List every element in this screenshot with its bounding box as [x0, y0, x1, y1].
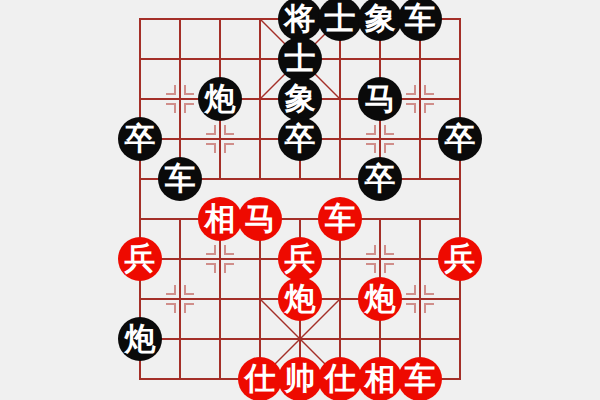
board-point-1-1 — [160, 39, 200, 79]
piece-label: 兵 — [125, 243, 156, 274]
piece-label: 马 — [365, 83, 396, 114]
board-point-4-7[interactable]: 炮 — [280, 279, 320, 319]
board-point-5-8 — [320, 319, 360, 359]
piece-label: 车 — [325, 203, 356, 234]
board-point-4-2[interactable]: 象 — [280, 79, 320, 119]
board-point-8-9 — [440, 359, 480, 399]
board-point-1-3 — [160, 119, 200, 159]
piece-red-cannon[interactable]: 炮 — [278, 277, 322, 321]
piece-black-chariot[interactable]: 车 — [398, 0, 442, 41]
board-point-5-9[interactable]: 仕 — [320, 359, 360, 399]
board-point-7-3 — [400, 119, 440, 159]
board-point-3-3 — [240, 119, 280, 159]
piece-label: 仕 — [325, 363, 356, 394]
board-point-3-6 — [240, 239, 280, 279]
piece-black-cannon[interactable]: 炮 — [118, 317, 162, 361]
board-point-1-7 — [160, 279, 200, 319]
board-point-7-6 — [400, 239, 440, 279]
piece-black-horse[interactable]: 马 — [358, 77, 402, 121]
board-point-0-7 — [120, 279, 160, 319]
piece-black-chariot[interactable]: 车 — [158, 157, 202, 201]
board-point-8-6[interactable]: 兵 — [440, 239, 480, 279]
piece-label: 士 — [325, 3, 356, 34]
board-point-2-8 — [200, 319, 240, 359]
piece-label: 相 — [205, 203, 236, 234]
board-point-2-4 — [200, 159, 240, 199]
piece-label: 帅 — [285, 363, 316, 394]
piece-black-advisor[interactable]: 士 — [278, 37, 322, 81]
board-point-8-1 — [440, 39, 480, 79]
board-point-8-0 — [440, 0, 480, 39]
piece-label: 炮 — [125, 323, 156, 354]
board-point-2-3 — [200, 119, 240, 159]
board-point-5-7 — [320, 279, 360, 319]
piece-red-chariot[interactable]: 车 — [318, 197, 362, 241]
piece-black-cannon[interactable]: 炮 — [198, 77, 242, 121]
board-point-7-4 — [400, 159, 440, 199]
board-point-4-6[interactable]: 兵 — [280, 239, 320, 279]
xiangqi-board[interactable]: 将士象车士炮象马卒卒卒车卒相马车兵兵兵炮炮炮仕帅仕相车 — [120, 0, 480, 399]
board-point-7-7 — [400, 279, 440, 319]
board-point-3-4 — [240, 159, 280, 199]
piece-red-advisor[interactable]: 仕 — [318, 357, 362, 400]
piece-label: 卒 — [365, 163, 396, 194]
board-point-5-4 — [320, 159, 360, 199]
board-point-4-5 — [280, 199, 320, 239]
board-point-0-0 — [120, 0, 160, 39]
board-point-1-2 — [160, 79, 200, 119]
piece-label: 车 — [405, 363, 436, 394]
board-point-4-4 — [280, 159, 320, 199]
board-point-1-4[interactable]: 车 — [160, 159, 200, 199]
piece-black-soldier[interactable]: 卒 — [278, 117, 322, 161]
board-point-1-8 — [160, 319, 200, 359]
board-point-0-9 — [120, 359, 160, 399]
board-point-0-8[interactable]: 炮 — [120, 319, 160, 359]
board-point-0-4 — [120, 159, 160, 199]
board-point-6-7[interactable]: 炮 — [360, 279, 400, 319]
piece-red-cannon[interactable]: 炮 — [358, 277, 402, 321]
board-point-2-2[interactable]: 炮 — [200, 79, 240, 119]
piece-label: 卒 — [285, 123, 316, 154]
board-point-1-9 — [160, 359, 200, 399]
piece-label: 士 — [285, 43, 316, 74]
piece-black-soldier[interactable]: 卒 — [118, 117, 162, 161]
piece-label: 相 — [365, 363, 396, 394]
board-point-0-2 — [120, 79, 160, 119]
board-point-8-2 — [440, 79, 480, 119]
piece-red-soldier[interactable]: 兵 — [438, 237, 482, 281]
board-point-6-6 — [360, 239, 400, 279]
board-point-2-0 — [200, 0, 240, 39]
piece-label: 炮 — [365, 283, 396, 314]
board-point-6-0[interactable]: 象 — [360, 0, 400, 39]
board-point-4-3[interactable]: 卒 — [280, 119, 320, 159]
board-point-1-5 — [160, 199, 200, 239]
board-point-7-9[interactable]: 车 — [400, 359, 440, 399]
board-point-0-5 — [120, 199, 160, 239]
board-point-6-3 — [360, 119, 400, 159]
board-point-5-5[interactable]: 车 — [320, 199, 360, 239]
board-point-2-5[interactable]: 相 — [200, 199, 240, 239]
piece-red-soldier[interactable]: 兵 — [118, 237, 162, 281]
board-point-7-5 — [400, 199, 440, 239]
board-point-3-8 — [240, 319, 280, 359]
board-point-4-8 — [280, 319, 320, 359]
board-point-8-5 — [440, 199, 480, 239]
board-point-8-3[interactable]: 卒 — [440, 119, 480, 159]
board-point-3-5[interactable]: 马 — [240, 199, 280, 239]
board-point-3-2 — [240, 79, 280, 119]
board-point-4-9[interactable]: 帅 — [280, 359, 320, 399]
board-point-2-1 — [200, 39, 240, 79]
board-point-5-6 — [320, 239, 360, 279]
piece-black-advisor[interactable]: 士 — [318, 0, 362, 41]
board-point-6-2[interactable]: 马 — [360, 79, 400, 119]
board-point-3-0 — [240, 0, 280, 39]
board-point-5-3 — [320, 119, 360, 159]
board-point-0-3[interactable]: 卒 — [120, 119, 160, 159]
piece-label: 炮 — [285, 283, 316, 314]
piece-red-advisor[interactable]: 仕 — [238, 357, 282, 400]
board-point-5-2 — [320, 79, 360, 119]
board-point-5-1 — [320, 39, 360, 79]
board-point-6-4[interactable]: 卒 — [360, 159, 400, 199]
board-point-3-7 — [240, 279, 280, 319]
board-point-7-1 — [400, 39, 440, 79]
piece-label: 象 — [285, 83, 316, 114]
board-point-2-7 — [200, 279, 240, 319]
piece-black-soldier[interactable]: 卒 — [438, 117, 482, 161]
piece-black-general[interactable]: 将 — [278, 0, 322, 41]
piece-red-soldier[interactable]: 兵 — [278, 237, 322, 281]
board-point-2-9 — [200, 359, 240, 399]
piece-label: 卒 — [445, 123, 476, 154]
piece-red-horse[interactable]: 马 — [238, 197, 282, 241]
piece-label: 车 — [405, 3, 436, 34]
board-point-5-0[interactable]: 士 — [320, 0, 360, 39]
board-point-7-8 — [400, 319, 440, 359]
piece-red-general[interactable]: 帅 — [278, 357, 322, 400]
board-point-2-6 — [200, 239, 240, 279]
piece-label: 象 — [365, 3, 396, 34]
piece-label: 卒 — [125, 123, 156, 154]
board-point-6-5 — [360, 199, 400, 239]
board-point-8-7 — [440, 279, 480, 319]
board-point-0-1 — [120, 39, 160, 79]
board-point-0-6[interactable]: 兵 — [120, 239, 160, 279]
board-point-3-9[interactable]: 仕 — [240, 359, 280, 399]
piece-black-soldier[interactable]: 卒 — [358, 157, 402, 201]
board-point-6-8 — [360, 319, 400, 359]
board-point-1-6 — [160, 239, 200, 279]
board-point-1-0 — [160, 0, 200, 39]
board-point-4-1[interactable]: 士 — [280, 39, 320, 79]
piece-label: 炮 — [205, 83, 236, 114]
piece-label: 车 — [165, 163, 196, 194]
board-point-6-1 — [360, 39, 400, 79]
board-point-6-9[interactable]: 相 — [360, 359, 400, 399]
xiangqi-diagram: 将士象车士炮象马卒卒卒车卒相马车兵兵兵炮炮炮仕帅仕相车 — [0, 0, 600, 400]
piece-red-elephant[interactable]: 相 — [198, 197, 242, 241]
piece-red-elephant[interactable]: 相 — [358, 357, 402, 400]
piece-label: 仕 — [245, 363, 276, 394]
board-point-8-8 — [440, 319, 480, 359]
piece-black-elephant[interactable]: 象 — [278, 77, 322, 121]
piece-label: 兵 — [285, 243, 316, 274]
piece-black-elephant[interactable]: 象 — [358, 0, 402, 41]
piece-label: 马 — [245, 203, 276, 234]
piece-label: 将 — [285, 3, 316, 34]
board-point-7-2 — [400, 79, 440, 119]
board-point-7-0[interactable]: 车 — [400, 0, 440, 39]
board-point-3-1 — [240, 39, 280, 79]
board-point-8-4 — [440, 159, 480, 199]
board-point-4-0[interactable]: 将 — [280, 0, 320, 39]
piece-label: 兵 — [445, 243, 476, 274]
piece-red-chariot[interactable]: 车 — [398, 357, 442, 400]
